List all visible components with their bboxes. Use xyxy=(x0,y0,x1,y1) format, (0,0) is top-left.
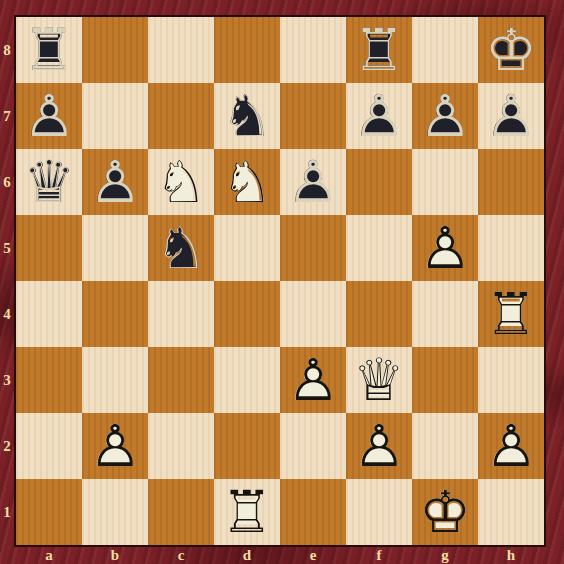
square-b1[interactable] xyxy=(82,479,148,545)
piece-fill-glyph: ♛ xyxy=(16,149,82,215)
black-pawn[interactable]: ♟♙ xyxy=(280,149,346,215)
square-e3[interactable]: ♟♙ xyxy=(280,347,346,413)
piece-fill-glyph: ♟ xyxy=(82,413,148,479)
square-b2[interactable]: ♟♙ xyxy=(82,413,148,479)
chess-board: ♜♖♜♖♚♔♟♙♞♘♟♙♟♙♟♙♛♕♟♙♞♘♞♘♟♙♞♘♟♙♜♖♟♙♛♕♟♙♟♙… xyxy=(14,15,546,547)
square-d7[interactable]: ♞♘ xyxy=(214,83,280,149)
square-g2[interactable] xyxy=(412,413,478,479)
rank-label-7: 7 xyxy=(0,83,14,149)
black-pawn[interactable]: ♟♙ xyxy=(16,83,82,149)
white-pawn[interactable]: ♟♙ xyxy=(82,413,148,479)
file-label-f: f xyxy=(346,547,412,564)
rank-label-8: 8 xyxy=(0,17,14,83)
file-label-a: a xyxy=(16,547,82,564)
square-c5[interactable]: ♞♘ xyxy=(148,215,214,281)
piece-outline-glyph: ♙ xyxy=(16,83,82,149)
square-f3[interactable]: ♛♕ xyxy=(346,347,412,413)
file-labels: abcdefgh xyxy=(16,547,544,564)
white-knight[interactable]: ♞♘ xyxy=(148,149,214,215)
piece-outline-glyph: ♙ xyxy=(82,413,148,479)
piece-outline-glyph: ♕ xyxy=(16,149,82,215)
piece-outline-glyph: ♖ xyxy=(346,17,412,83)
square-d2[interactable] xyxy=(214,413,280,479)
black-pawn[interactable]: ♟♙ xyxy=(82,149,148,215)
piece-outline-glyph: ♖ xyxy=(214,479,280,545)
square-d8[interactable] xyxy=(214,17,280,83)
square-a8[interactable]: ♜♖ xyxy=(16,17,82,83)
piece-fill-glyph: ♚ xyxy=(478,17,544,83)
piece-outline-glyph: ♙ xyxy=(280,347,346,413)
piece-fill-glyph: ♞ xyxy=(214,83,280,149)
black-pawn[interactable]: ♟♙ xyxy=(412,83,478,149)
square-d1[interactable]: ♜♖ xyxy=(214,479,280,545)
white-pawn[interactable]: ♟♙ xyxy=(412,215,478,281)
square-e7[interactable] xyxy=(280,83,346,149)
piece-outline-glyph: ♙ xyxy=(412,83,478,149)
square-a4[interactable] xyxy=(16,281,82,347)
white-pawn[interactable]: ♟♙ xyxy=(478,413,544,479)
rank-label-4: 4 xyxy=(0,281,14,347)
square-a3[interactable] xyxy=(16,347,82,413)
rank-label-2: 2 xyxy=(0,413,14,479)
square-d5[interactable] xyxy=(214,215,280,281)
square-e8[interactable] xyxy=(280,17,346,83)
piece-fill-glyph: ♟ xyxy=(346,83,412,149)
piece-fill-glyph: ♟ xyxy=(280,347,346,413)
square-g8[interactable] xyxy=(412,17,478,83)
piece-outline-glyph: ♔ xyxy=(478,17,544,83)
piece-outline-glyph: ♙ xyxy=(346,413,412,479)
file-label-e: e xyxy=(280,547,346,564)
piece-fill-glyph: ♟ xyxy=(16,83,82,149)
square-h7[interactable]: ♟♙ xyxy=(478,83,544,149)
square-c7[interactable] xyxy=(148,83,214,149)
piece-outline-glyph: ♙ xyxy=(82,149,148,215)
square-c4[interactable] xyxy=(148,281,214,347)
square-d4[interactable] xyxy=(214,281,280,347)
file-label-d: d xyxy=(214,547,280,564)
square-e2[interactable] xyxy=(280,413,346,479)
square-f6[interactable] xyxy=(346,149,412,215)
piece-fill-glyph: ♜ xyxy=(346,17,412,83)
square-a6[interactable]: ♛♕ xyxy=(16,149,82,215)
piece-fill-glyph: ♟ xyxy=(280,149,346,215)
square-f2[interactable]: ♟♙ xyxy=(346,413,412,479)
square-b3[interactable] xyxy=(82,347,148,413)
piece-fill-glyph: ♞ xyxy=(148,149,214,215)
square-d6[interactable]: ♞♘ xyxy=(214,149,280,215)
piece-fill-glyph: ♞ xyxy=(148,215,214,281)
square-f5[interactable] xyxy=(346,215,412,281)
piece-fill-glyph: ♟ xyxy=(346,413,412,479)
white-pawn[interactable]: ♟♙ xyxy=(346,413,412,479)
square-d3[interactable] xyxy=(214,347,280,413)
square-e6[interactable]: ♟♙ xyxy=(280,149,346,215)
file-label-b: b xyxy=(82,547,148,564)
piece-outline-glyph: ♔ xyxy=(412,479,478,545)
piece-outline-glyph: ♙ xyxy=(412,215,478,281)
black-pawn[interactable]: ♟♙ xyxy=(478,83,544,149)
white-pawn[interactable]: ♟♙ xyxy=(280,347,346,413)
file-label-h: h xyxy=(478,547,544,564)
square-h2[interactable]: ♟♙ xyxy=(478,413,544,479)
square-g4[interactable] xyxy=(412,281,478,347)
square-e4[interactable] xyxy=(280,281,346,347)
rank-label-1: 1 xyxy=(0,479,14,545)
piece-outline-glyph: ♙ xyxy=(478,83,544,149)
square-h3[interactable] xyxy=(478,347,544,413)
piece-fill-glyph: ♟ xyxy=(82,149,148,215)
square-a2[interactable] xyxy=(16,413,82,479)
square-g3[interactable] xyxy=(412,347,478,413)
black-queen[interactable]: ♛♕ xyxy=(16,149,82,215)
rank-label-3: 3 xyxy=(0,347,14,413)
black-rook[interactable]: ♜♖ xyxy=(16,17,82,83)
white-knight[interactable]: ♞♘ xyxy=(214,149,280,215)
square-g7[interactable]: ♟♙ xyxy=(412,83,478,149)
square-a5[interactable] xyxy=(16,215,82,281)
square-h6[interactable] xyxy=(478,149,544,215)
square-h1[interactable] xyxy=(478,479,544,545)
square-h4[interactable]: ♜♖ xyxy=(478,281,544,347)
file-label-c: c xyxy=(148,547,214,564)
board-frame: 87654321 abcdefgh ♜♖♜♖♚♔♟♙♞♘♟♙♟♙♟♙♛♕♟♙♞♘… xyxy=(0,0,564,564)
square-c3[interactable] xyxy=(148,347,214,413)
black-rook[interactable]: ♜♖ xyxy=(346,17,412,83)
white-rook[interactable]: ♜♖ xyxy=(214,479,280,545)
square-h8[interactable]: ♚♔ xyxy=(478,17,544,83)
piece-outline-glyph: ♕ xyxy=(346,347,412,413)
square-c1[interactable] xyxy=(148,479,214,545)
piece-fill-glyph: ♞ xyxy=(214,149,280,215)
black-pawn[interactable]: ♟♙ xyxy=(346,83,412,149)
piece-outline-glyph: ♙ xyxy=(346,83,412,149)
square-a1[interactable] xyxy=(16,479,82,545)
piece-outline-glyph: ♘ xyxy=(214,149,280,215)
square-h5[interactable] xyxy=(478,215,544,281)
piece-outline-glyph: ♙ xyxy=(280,149,346,215)
piece-fill-glyph: ♜ xyxy=(16,17,82,83)
piece-outline-glyph: ♘ xyxy=(148,149,214,215)
white-rook[interactable]: ♜♖ xyxy=(478,281,544,347)
piece-fill-glyph: ♚ xyxy=(412,479,478,545)
square-f7[interactable]: ♟♙ xyxy=(346,83,412,149)
black-king[interactable]: ♚♔ xyxy=(478,17,544,83)
square-b5[interactable] xyxy=(82,215,148,281)
piece-fill-glyph: ♟ xyxy=(478,83,544,149)
square-g1[interactable]: ♚♔ xyxy=(412,479,478,545)
rank-label-6: 6 xyxy=(0,149,14,215)
piece-fill-glyph: ♛ xyxy=(346,347,412,413)
square-f8[interactable]: ♜♖ xyxy=(346,17,412,83)
piece-fill-glyph: ♜ xyxy=(214,479,280,545)
square-g6[interactable] xyxy=(412,149,478,215)
piece-fill-glyph: ♟ xyxy=(478,413,544,479)
square-f1[interactable] xyxy=(346,479,412,545)
piece-outline-glyph: ♖ xyxy=(16,17,82,83)
square-b7[interactable] xyxy=(82,83,148,149)
square-b8[interactable] xyxy=(82,17,148,83)
square-e5[interactable] xyxy=(280,215,346,281)
rank-label-5: 5 xyxy=(0,215,14,281)
square-a7[interactable]: ♟♙ xyxy=(16,83,82,149)
file-label-g: g xyxy=(412,547,478,564)
black-knight[interactable]: ♞♘ xyxy=(214,83,280,149)
piece-outline-glyph: ♘ xyxy=(214,83,280,149)
square-b6[interactable]: ♟♙ xyxy=(82,149,148,215)
square-c6[interactable]: ♞♘ xyxy=(148,149,214,215)
white-queen[interactable]: ♛♕ xyxy=(346,347,412,413)
piece-fill-glyph: ♜ xyxy=(478,281,544,347)
piece-outline-glyph: ♖ xyxy=(478,281,544,347)
square-b4[interactable] xyxy=(82,281,148,347)
black-knight[interactable]: ♞♘ xyxy=(148,215,214,281)
square-c2[interactable] xyxy=(148,413,214,479)
square-f4[interactable] xyxy=(346,281,412,347)
square-g5[interactable]: ♟♙ xyxy=(412,215,478,281)
piece-outline-glyph: ♘ xyxy=(148,215,214,281)
piece-outline-glyph: ♙ xyxy=(478,413,544,479)
piece-fill-glyph: ♟ xyxy=(412,215,478,281)
square-e1[interactable] xyxy=(280,479,346,545)
piece-fill-glyph: ♟ xyxy=(412,83,478,149)
square-c8[interactable] xyxy=(148,17,214,83)
rank-labels: 87654321 xyxy=(0,17,14,545)
white-king[interactable]: ♚♔ xyxy=(412,479,478,545)
